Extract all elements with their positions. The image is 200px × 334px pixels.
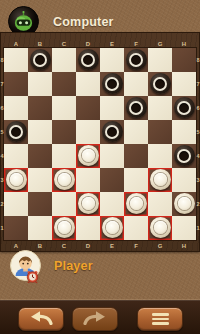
redo-arrow-icon <box>82 310 108 329</box>
file-label-bottom-a: A <box>4 242 28 250</box>
square-e2 <box>100 192 124 216</box>
square-c2 <box>52 192 76 216</box>
square-a1[interactable] <box>4 216 28 240</box>
square-h6[interactable] <box>172 96 196 120</box>
rank-label-right-6: 6 <box>196 96 200 120</box>
squares <box>4 48 196 240</box>
square-b1 <box>28 216 52 240</box>
white-piece[interactable] <box>150 169 171 190</box>
file-label-bottom-b: B <box>28 242 52 250</box>
black-piece[interactable] <box>126 49 147 70</box>
rank-label-left-7: 7 <box>0 72 4 96</box>
square-h4[interactable] <box>172 144 196 168</box>
square-a7[interactable] <box>4 72 28 96</box>
file-label-bottom-g: G <box>148 242 172 250</box>
square-d2[interactable] <box>76 192 100 216</box>
square-d4[interactable] <box>76 144 100 168</box>
computer-name-label: Computer <box>53 15 114 29</box>
file-label-top-f: F <box>124 40 148 48</box>
square-e8 <box>100 48 124 72</box>
square-d7 <box>76 72 100 96</box>
file-label-top-e: E <box>100 40 124 48</box>
rank-label-left-3: 3 <box>0 168 4 192</box>
file-label-top-c: C <box>52 40 76 48</box>
white-piece[interactable] <box>54 169 75 190</box>
rank-label-left-6: 6 <box>0 96 4 120</box>
square-c1[interactable] <box>52 216 76 240</box>
square-b6[interactable] <box>28 96 52 120</box>
rank-label-left-4: 4 <box>0 144 4 168</box>
square-e1[interactable] <box>100 216 124 240</box>
square-f3 <box>124 168 148 192</box>
rank-label-left-2: 2 <box>0 192 4 216</box>
timer-clock-icon <box>26 269 39 282</box>
white-piece[interactable] <box>126 193 147 214</box>
square-g7[interactable] <box>148 72 172 96</box>
black-piece[interactable] <box>6 121 27 142</box>
square-g4 <box>148 144 172 168</box>
black-piece[interactable] <box>102 73 123 94</box>
rank-label-left-5: 5 <box>0 120 4 144</box>
rank-label-right-2: 2 <box>196 192 200 216</box>
square-b4[interactable] <box>28 144 52 168</box>
file-label-bottom-e: E <box>100 242 124 250</box>
square-a2 <box>4 192 28 216</box>
square-b7 <box>28 72 52 96</box>
square-c4 <box>52 144 76 168</box>
square-b2[interactable] <box>28 192 52 216</box>
black-piece[interactable] <box>126 97 147 118</box>
square-d1 <box>76 216 100 240</box>
redo-button[interactable] <box>72 307 118 331</box>
white-piece[interactable] <box>6 169 27 190</box>
square-g6 <box>148 96 172 120</box>
menu-button[interactable] <box>137 307 183 331</box>
square-g2 <box>148 192 172 216</box>
square-g3[interactable] <box>148 168 172 192</box>
file-label-top-a: A <box>4 40 28 48</box>
square-h7 <box>172 72 196 96</box>
square-d5 <box>76 120 100 144</box>
file-label-top-b: B <box>28 40 52 48</box>
square-c6 <box>52 96 76 120</box>
square-f5 <box>124 120 148 144</box>
square-d3 <box>76 168 100 192</box>
board: AABBCCDDEEFFGGHH8877665544332211 <box>0 32 200 252</box>
black-piece[interactable] <box>150 73 171 94</box>
square-h8[interactable] <box>172 48 196 72</box>
square-c7[interactable] <box>52 72 76 96</box>
white-piece[interactable] <box>174 193 195 214</box>
square-a5[interactable] <box>4 120 28 144</box>
file-label-bottom-c: C <box>52 242 76 250</box>
rank-label-right-1: 1 <box>196 216 200 240</box>
square-a4 <box>4 144 28 168</box>
square-f8[interactable] <box>124 48 148 72</box>
file-label-top-d: D <box>76 40 100 48</box>
square-h1 <box>172 216 196 240</box>
undo-arrow-icon <box>28 310 54 329</box>
square-h3 <box>172 168 196 192</box>
square-c5[interactable] <box>52 120 76 144</box>
square-e5[interactable] <box>100 120 124 144</box>
black-piece[interactable] <box>78 49 99 70</box>
square-d8[interactable] <box>76 48 100 72</box>
square-h2[interactable] <box>172 192 196 216</box>
white-piece[interactable] <box>78 145 99 166</box>
file-label-top-g: G <box>148 40 172 48</box>
file-label-bottom-f: F <box>124 242 148 250</box>
black-piece[interactable] <box>102 121 123 142</box>
undo-button[interactable] <box>18 307 64 331</box>
rank-label-left-8: 8 <box>0 48 4 72</box>
square-f2[interactable] <box>124 192 148 216</box>
white-piece[interactable] <box>150 217 171 238</box>
black-piece[interactable] <box>174 145 195 166</box>
player-name-label: Player <box>54 259 93 273</box>
square-g8 <box>148 48 172 72</box>
rank-label-right-8: 8 <box>196 48 200 72</box>
rank-label-right-4: 4 <box>196 144 200 168</box>
rank-label-right-5: 5 <box>196 120 200 144</box>
rank-label-right-3: 3 <box>196 168 200 192</box>
black-piece[interactable] <box>30 49 51 70</box>
square-f7 <box>124 72 148 96</box>
square-h5 <box>172 120 196 144</box>
file-label-top-h: H <box>172 40 196 48</box>
square-e7[interactable] <box>100 72 124 96</box>
square-a6 <box>4 96 28 120</box>
square-c3[interactable] <box>52 168 76 192</box>
square-g5[interactable] <box>148 120 172 144</box>
toolbar <box>0 300 200 334</box>
square-b3 <box>28 168 52 192</box>
rank-label-left-1: 1 <box>0 216 4 240</box>
square-f6[interactable] <box>124 96 148 120</box>
hamburger-menu-icon <box>152 312 169 326</box>
square-f1 <box>124 216 148 240</box>
file-label-bottom-d: D <box>76 242 100 250</box>
white-piece[interactable] <box>54 217 75 238</box>
white-piece[interactable] <box>102 217 123 238</box>
white-piece[interactable] <box>78 193 99 214</box>
square-g1[interactable] <box>148 216 172 240</box>
square-e4 <box>100 144 124 168</box>
checkers-app: Computer AABBCCDDEEFFGGHH887766554433221… <box>0 0 200 334</box>
square-b8[interactable] <box>28 48 52 72</box>
square-f4[interactable] <box>124 144 148 168</box>
square-e3[interactable] <box>100 168 124 192</box>
black-piece[interactable] <box>174 97 195 118</box>
square-a3[interactable] <box>4 168 28 192</box>
square-b5 <box>28 120 52 144</box>
rank-label-right-7: 7 <box>196 72 200 96</box>
square-e6 <box>100 96 124 120</box>
square-d6[interactable] <box>76 96 100 120</box>
file-label-bottom-h: H <box>172 242 196 250</box>
square-c8 <box>52 48 76 72</box>
square-a8 <box>4 48 28 72</box>
